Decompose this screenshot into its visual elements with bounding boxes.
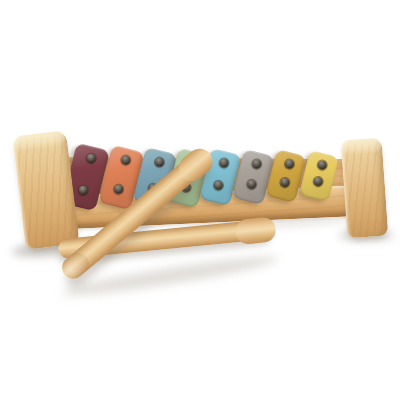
xylophone-key-light-yellow	[299, 150, 339, 202]
toy-xylophone-photo	[0, 0, 400, 400]
key-shading	[299, 150, 339, 202]
xylophone-right-end-block	[341, 139, 389, 239]
